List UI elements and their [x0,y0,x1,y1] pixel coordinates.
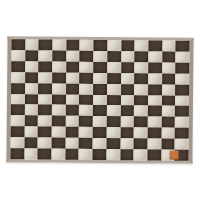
board-cell-dark [107,73,121,84]
board-cell-dark [162,73,176,84]
board-cell-light [120,95,134,106]
board-cell-light [11,116,25,127]
board-cell-light [107,40,121,51]
rug [6,36,193,164]
board-cell-light [11,72,25,83]
board-cell-light [93,138,107,149]
board-cell-dark [107,51,121,62]
board-cell-dark [66,62,80,73]
board-cell-dark [11,39,25,50]
board-cell-light [176,52,190,63]
board-cell-dark [66,83,80,94]
board-cell-dark [134,95,148,106]
board-cell-light [120,138,134,149]
board-cell-light [93,73,107,84]
board-cell-dark [134,73,148,84]
board-cell-light [52,83,66,94]
board-cell-light [66,72,80,83]
board-cell-light [134,62,148,73]
board-cell-light [93,51,107,62]
board-cell-dark [38,127,52,138]
board-cell-light [79,127,93,138]
board-cell-dark [10,148,24,159]
board-cell-light [161,128,175,139]
board-cell-dark [148,128,162,139]
board-cell-dark [93,127,107,138]
board-cell-light [121,73,135,84]
board-cell-dark [148,84,162,95]
board-cell-dark [52,94,66,105]
board-cell-light [11,94,25,105]
board-cell-light [38,94,52,105]
board-cell-dark [175,84,189,95]
board-cell-dark [93,84,107,95]
board-cell-light [134,149,148,160]
board-cell-light [107,127,121,138]
board-cell-light [162,62,176,73]
board-cell-dark [79,116,93,127]
board-cell-dark [162,51,176,62]
board-cell-light [93,116,107,127]
board-cell-dark [176,41,190,52]
board-cell-light [175,117,189,128]
board-cell-light [38,116,52,127]
board-cell-dark [93,105,107,116]
board-cell-light [135,40,149,51]
brand-tag [169,151,178,160]
board-cell-dark [66,105,80,116]
board-cell-light [80,62,94,73]
board-cell-light [25,61,39,72]
checkerboard [10,39,189,161]
board-cell-dark [66,40,80,51]
board-cell-light [25,83,39,94]
board-cell-dark [135,51,149,62]
board-cell-light [79,105,93,116]
board-cell-light [11,50,25,61]
board-cell-dark [38,83,52,94]
board-cell-light [148,117,162,128]
board-cell-dark [65,127,79,138]
board-cell-light [107,84,121,95]
board-cell-dark [176,62,190,73]
board-cell-light [24,127,38,138]
board-cell-dark [93,149,107,160]
board-cell-dark [79,94,93,105]
board-cell-light [121,51,135,62]
board-cell-dark [148,62,162,73]
board-cell-light [162,84,176,95]
board-cell-dark [39,61,53,72]
board-cell-dark [175,128,189,139]
board-cell-dark [134,117,148,128]
board-cell-dark [107,116,121,127]
board-cell-light [80,40,94,51]
board-cell-light [39,50,53,61]
board-cell-dark [38,105,52,116]
board-cell-light [52,149,66,160]
board-cell-dark [175,106,189,117]
board-cell-light [66,94,80,105]
board-cell-dark [52,138,66,149]
board-cell-light [52,127,66,138]
board-cell-light [175,95,189,106]
board-cell-light [134,84,148,95]
board-cell-light [79,149,93,160]
board-cell-light [66,51,80,62]
board-cell-light [107,62,121,73]
board-cell-light [52,105,66,116]
board-cell-light [65,138,79,149]
board-cell-dark [11,61,25,72]
board-cell-dark [106,138,120,149]
board-cell-dark [161,139,175,150]
board-cell-dark [24,116,38,127]
board-cell-dark [25,50,39,61]
board-cell-light [38,138,52,149]
board-cell-dark [11,83,25,94]
board-cell-light [52,40,66,51]
product-photo [0,0,200,200]
board-cell-light [66,116,80,127]
board-cell-dark [11,105,25,116]
board-cell-light [106,149,120,160]
board-cell-dark [120,106,134,117]
board-cell-dark [162,95,176,106]
board-cell-light [134,106,148,117]
board-cell-light [175,73,189,84]
board-cell-light [107,106,121,117]
board-cell-dark [25,94,39,105]
board-cell-dark [121,40,135,51]
board-cell-light [11,137,25,148]
board-cell-dark [134,138,148,149]
board-cell-light [120,117,134,128]
board-cell-dark [121,62,135,73]
board-cell-dark [147,149,161,160]
board-cell-light [148,95,162,106]
board-cell-dark [121,84,135,95]
board-cell-light [52,61,66,72]
board-cell-light [162,41,176,52]
board-cell-dark [107,95,121,106]
board-cell-light [175,139,189,150]
board-cell-dark [148,40,162,51]
board-cell-dark [80,73,94,84]
board-cell-dark [161,117,175,128]
board-cell-light [147,139,161,150]
board-cell-dark [148,106,162,117]
board-cell-light [161,106,175,117]
board-cell-dark [52,72,66,83]
board-cell-dark [80,51,94,62]
board-cell-light [148,51,162,62]
board-cell-dark [94,40,108,51]
board-cell-light [25,39,39,50]
board-cell-dark [25,72,39,83]
board-cell-light [24,148,38,159]
board-cell-light [80,83,94,94]
board-cell-light [148,73,162,84]
board-cell-dark [24,138,38,149]
board-cell-dark [52,116,66,127]
board-cell-dark [65,149,79,160]
board-cell-dark [79,138,93,149]
board-cell-light [39,72,53,83]
board-cell-dark [38,149,52,160]
board-cell-dark [39,39,53,50]
board-cell-dark [120,149,134,160]
board-cell-light [93,94,107,105]
board-cell-dark [11,126,25,137]
board-cell-light [134,128,148,139]
board-cell-dark [93,62,107,73]
board-cell-dark [52,50,66,61]
board-cell-light [25,105,39,116]
board-cell-dark [120,127,134,138]
